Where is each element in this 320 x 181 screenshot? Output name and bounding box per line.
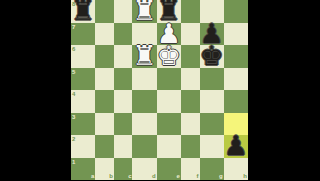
square-g3[interactable] [200, 113, 224, 136]
coord-file-c: c [128, 173, 131, 179]
black-pawn[interactable]: ♟ [224, 135, 248, 157]
coord-file-h: h [243, 173, 247, 179]
square-f2[interactable] [181, 135, 200, 158]
white-king[interactable]: ♚ [157, 45, 181, 67]
square-f3[interactable] [181, 113, 200, 136]
square-b7[interactable] [95, 23, 114, 46]
square-b1[interactable]: b [95, 158, 114, 181]
square-c8[interactable] [114, 0, 133, 23]
coord-rank-3: 3 [72, 114, 75, 120]
square-d3[interactable] [132, 113, 156, 136]
square-e1[interactable]: e [157, 158, 181, 181]
coord-file-f: f [197, 173, 199, 179]
square-d1[interactable]: d [132, 158, 156, 181]
white-rook[interactable]: ♜ [132, 45, 156, 67]
square-c6[interactable] [114, 45, 133, 68]
square-b2[interactable] [95, 135, 114, 158]
coord-rank-1: 1 [72, 159, 75, 165]
square-h6[interactable] [224, 45, 248, 68]
square-a5[interactable]: 5 [71, 68, 95, 91]
square-h5[interactable] [224, 68, 248, 91]
coord-rank-6: 6 [72, 46, 75, 52]
square-e3[interactable] [157, 113, 181, 136]
coord-rank-2: 2 [72, 136, 75, 142]
coord-file-a: a [91, 173, 94, 179]
coord-file-e: e [177, 173, 180, 179]
square-d4[interactable] [132, 90, 156, 113]
square-g1[interactable]: g [200, 158, 224, 181]
square-f6[interactable] [181, 45, 200, 68]
square-h7[interactable] [224, 23, 248, 46]
square-f8[interactable] [181, 0, 200, 23]
square-f4[interactable] [181, 90, 200, 113]
coord-rank-4: 4 [72, 91, 75, 97]
square-h4[interactable] [224, 90, 248, 113]
square-c1[interactable]: c [114, 158, 133, 181]
square-a6[interactable]: 6 [71, 45, 95, 68]
coord-file-d: d [152, 173, 156, 179]
square-f7[interactable] [181, 23, 200, 46]
square-b8[interactable] [95, 0, 114, 23]
square-e4[interactable] [157, 90, 181, 113]
coord-rank-5: 5 [72, 69, 75, 75]
square-h2[interactable]: ♟ [224, 135, 248, 158]
square-a2[interactable]: 2 [71, 135, 95, 158]
square-e2[interactable] [157, 135, 181, 158]
square-a8[interactable]: 8♜ [71, 0, 95, 23]
square-d2[interactable] [132, 135, 156, 158]
coord-file-b: b [109, 173, 113, 179]
chess-board: 8♜♜♜7♟♟6♜♚♚5432♟1abcdefgh [71, 0, 248, 180]
square-d6[interactable]: ♜ [132, 45, 156, 68]
square-b6[interactable] [95, 45, 114, 68]
square-f5[interactable] [181, 68, 200, 91]
white-rook[interactable]: ♜ [132, 0, 156, 22]
square-g2[interactable] [200, 135, 224, 158]
square-b3[interactable] [95, 113, 114, 136]
black-king[interactable]: ♚ [200, 45, 224, 67]
square-h8[interactable] [224, 0, 248, 23]
letterbox-left [0, 0, 71, 180]
square-g6[interactable]: ♚ [200, 45, 224, 68]
black-rook[interactable]: ♜ [71, 0, 95, 22]
square-a4[interactable]: 4 [71, 90, 95, 113]
coord-file-g: g [219, 173, 223, 179]
square-b4[interactable] [95, 90, 114, 113]
square-b5[interactable] [95, 68, 114, 91]
square-c2[interactable] [114, 135, 133, 158]
video-frame: 8♜♜♜7♟♟6♜♚♚5432♟1abcdefgh [0, 0, 320, 180]
square-a3[interactable]: 3 [71, 113, 95, 136]
square-e6[interactable]: ♚ [157, 45, 181, 68]
square-g4[interactable] [200, 90, 224, 113]
square-c4[interactable] [114, 90, 133, 113]
square-d8[interactable]: ♜ [132, 0, 156, 23]
square-a1[interactable]: 1a [71, 158, 95, 181]
square-c5[interactable] [114, 68, 133, 91]
letterbox-right [248, 0, 320, 180]
square-c7[interactable] [114, 23, 133, 46]
square-f1[interactable]: f [181, 158, 200, 181]
square-c3[interactable] [114, 113, 133, 136]
